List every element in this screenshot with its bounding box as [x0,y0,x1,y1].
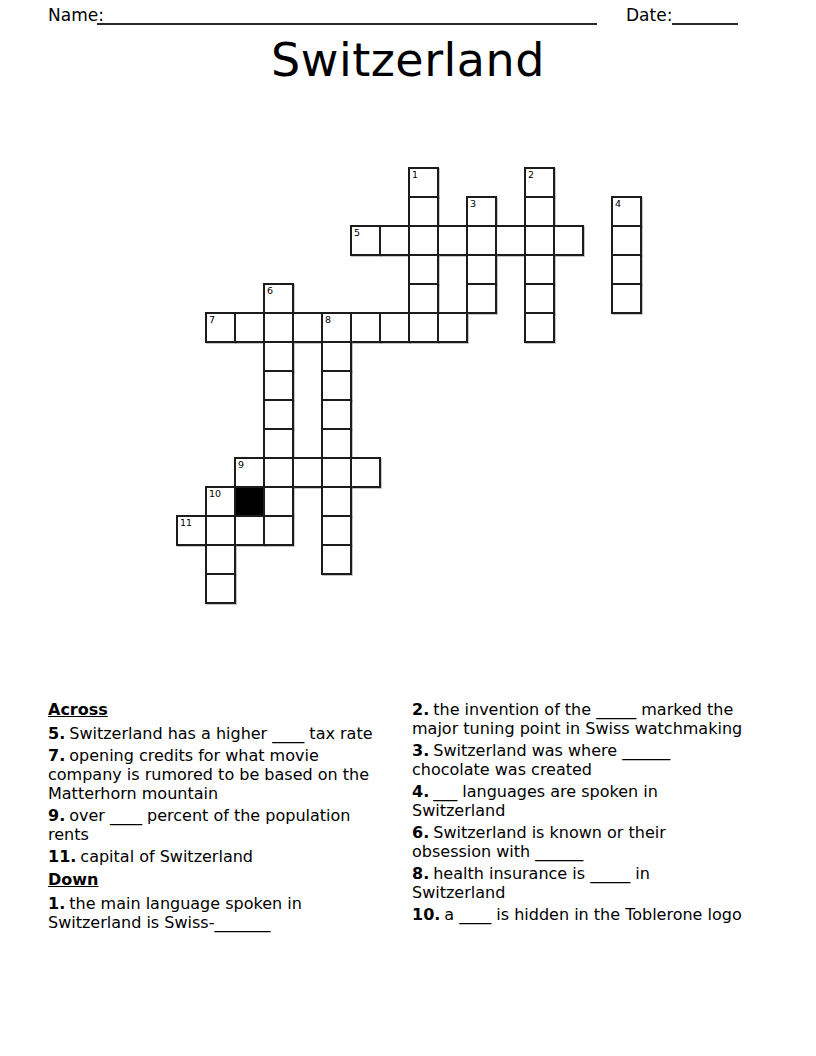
answer-cell[interactable] [524,312,555,343]
clue-item-text: health insurance is _____ in Switzerland [412,864,650,902]
answer-cell[interactable] [524,254,555,285]
answer-cell[interactable] [292,312,323,343]
answer-cell[interactable] [321,457,352,488]
clues-right-column: 2.the invention of the _____ marked the … [412,700,746,927]
clue-item-5: 5.Switzerland has a higher ____ tax rate [48,724,394,743]
answer-cell[interactable]: 11 [176,515,207,546]
down-clue-list-right: 2.the invention of the _____ marked the … [412,700,746,924]
answer-cell[interactable] [524,283,555,314]
answer-cell[interactable]: 6 [263,283,294,314]
clue-item-6: 6.Switzerland is known or their obsessio… [412,823,746,861]
across-heading: Across [48,700,394,719]
answer-cell[interactable] [321,486,352,517]
clue-number: 10 [209,488,221,499]
date-fill-line[interactable] [672,5,738,25]
answer-cell[interactable] [350,457,381,488]
answer-cell[interactable]: 7 [205,312,236,343]
answer-cell[interactable] [321,399,352,430]
clue-item-number: 8. [412,864,429,883]
clue-number: 3 [470,198,476,209]
answer-cell[interactable] [379,225,410,256]
puzzle-title: Switzerland [0,33,816,87]
answer-cell[interactable] [263,457,294,488]
answer-cell[interactable] [611,254,642,285]
answer-cell[interactable] [263,428,294,459]
clue-item-2: 2.the invention of the _____ marked the … [412,700,746,738]
answer-cell[interactable] [234,515,265,546]
answer-cell[interactable] [408,283,439,314]
clue-item-3: 3.Switzerland was where ______ chocolate… [412,741,746,779]
answer-cell[interactable] [205,544,236,575]
clue-number: 2 [528,169,534,180]
answer-cell[interactable]: 4 [611,196,642,227]
clue-item-7: 7.opening credits for what movie company… [48,746,394,803]
answer-cell[interactable] [408,312,439,343]
clue-item-number: 11. [48,847,76,866]
answer-cell[interactable] [263,370,294,401]
down-heading: Down [48,870,394,889]
clue-item-number: 7. [48,746,65,765]
name-label: Name: [48,5,104,25]
answer-cell[interactable] [321,370,352,401]
clue-number: 4 [615,198,621,209]
answer-cell[interactable] [408,225,439,256]
answer-cell[interactable] [466,254,497,285]
answer-cell[interactable] [321,544,352,575]
answer-cell[interactable] [263,312,294,343]
answer-cell[interactable] [553,225,584,256]
clue-item-text: capital of Switzerland [80,847,253,866]
clue-number: 1 [412,169,418,180]
black-cell [234,486,265,517]
clue-number: 7 [209,314,215,325]
answer-cell[interactable] [263,399,294,430]
answer-cell[interactable] [205,573,236,604]
answer-cell[interactable] [263,515,294,546]
clue-item-text: ___ languages are spoken in Switzerland [412,782,658,820]
date-label: Date: [626,5,672,25]
clue-number: 8 [325,314,331,325]
clue-item-text: the main language spoken in Switzerland … [48,894,302,932]
crossword-grid: 1234567891011 [176,167,642,604]
clue-item-text: Switzerland is known or their obsession … [412,823,666,861]
answer-cell[interactable] [350,312,381,343]
answer-cell[interactable] [205,515,236,546]
answer-cell[interactable] [263,486,294,517]
answer-cell[interactable] [292,457,323,488]
answer-cell[interactable] [408,196,439,227]
clue-item-4: 4.___ languages are spoken in Switzerlan… [412,782,746,820]
clue-number: 9 [238,459,244,470]
answer-cell[interactable] [379,312,410,343]
answer-cell[interactable] [234,312,265,343]
answer-cell[interactable] [263,341,294,372]
answer-cell[interactable] [408,254,439,285]
answer-cell[interactable] [437,312,468,343]
clue-item-text: opening credits for what movie company i… [48,746,369,803]
clue-item-number: 2. [412,700,429,719]
clue-item-text: Switzerland has a higher ____ tax rate [69,724,372,743]
answer-cell[interactable] [611,283,642,314]
answer-cell[interactable] [321,515,352,546]
clue-item-number: 1. [48,894,65,913]
answer-cell[interactable] [495,225,526,256]
clue-item-11: 11.capital of Switzerland [48,847,394,866]
clue-number: 11 [180,517,192,528]
answer-cell[interactable]: 2 [524,167,555,198]
answer-cell[interactable]: 9 [234,457,265,488]
answer-cell[interactable] [437,225,468,256]
clue-item-text: Switzerland was where ______ chocolate w… [412,741,670,779]
clue-number: 5 [354,227,360,238]
clue-item-text: over ____ percent of the population rent… [48,806,350,844]
answer-cell[interactable] [321,428,352,459]
answer-cell[interactable] [524,225,555,256]
clue-item-1: 1.the main language spoken in Switzerlan… [48,894,394,932]
answer-cell[interactable] [321,341,352,372]
clue-item-number: 9. [48,806,65,825]
clue-number: 6 [267,285,273,296]
clue-item-8: 8.health insurance is _____ in Switzerla… [412,864,746,902]
clue-item-number: 3. [412,741,429,760]
answer-cell[interactable] [524,196,555,227]
answer-cell[interactable] [466,283,497,314]
clue-item-text: a ____ is hidden in the Toblerone logo [444,905,741,924]
answer-cell[interactable]: 3 [466,196,497,227]
clues-left-column: Across 5.Switzerland has a higher ____ t… [48,700,394,935]
answer-cell[interactable] [466,225,497,256]
answer-cell[interactable] [611,225,642,256]
clue-item-9: 9.over ____ percent of the population re… [48,806,394,844]
answer-cell[interactable]: 10 [205,486,236,517]
answer-cell[interactable]: 8 [321,312,352,343]
answer-cell[interactable]: 5 [350,225,381,256]
clue-item-number: 4. [412,782,429,801]
clue-item-number: 10. [412,905,440,924]
across-clue-list: 5.Switzerland has a higher ____ tax rate… [48,724,394,866]
clue-item-number: 6. [412,823,429,842]
down-clue-list-left: 1.the main language spoken in Switzerlan… [48,894,394,932]
clue-item-10: 10.a ____ is hidden in the Toblerone log… [412,905,746,924]
name-fill-line[interactable] [97,5,597,25]
clue-item-number: 5. [48,724,65,743]
clue-item-text: the invention of the _____ marked the ma… [412,700,742,738]
answer-cell[interactable]: 1 [408,167,439,198]
